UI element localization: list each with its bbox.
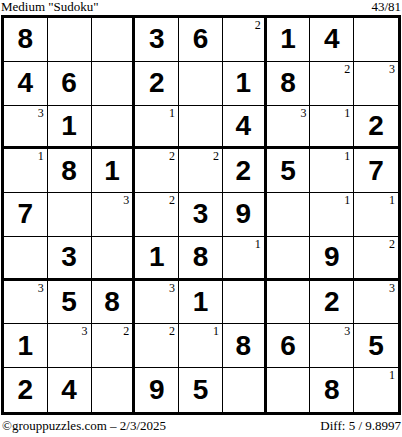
cell-r6c3[interactable] [92,237,136,281]
cell-r4c9[interactable]: 7 [354,149,398,193]
cell-r6c4[interactable]: 1 [135,237,179,281]
corner-mark: 3 [344,325,350,338]
given-digit: 8 [324,376,340,404]
page-title: Medium "Sudoku" [1,0,99,14]
given-digit: 9 [149,376,165,404]
cell-r1c2[interactable] [48,18,92,62]
cell-r2c9[interactable]: 3 [354,62,398,106]
corner-mark: 1 [38,150,44,163]
corner-mark: 2 [389,238,395,251]
cell-r8c6[interactable]: 8 [223,324,267,368]
given-digit: 1 [61,112,77,140]
corner-mark: 1 [344,194,350,207]
cell-r8c2[interactable]: 3 [48,324,92,368]
copyright-text: ©grouppuzzles.com – 2/3/2025 [2,419,166,433]
cell-r4c4[interactable]: 2 [135,149,179,193]
given-digit: 1 [280,25,296,53]
corner-mark: 2 [169,150,175,163]
corner-mark: 1 [213,325,219,338]
corner-mark: 2 [255,19,261,32]
given-digit: 6 [61,69,77,97]
given-digit: 3 [149,25,165,53]
given-digit: 3 [61,243,77,271]
given-digit: 4 [61,376,77,404]
cell-r9c4[interactable]: 9 [135,368,179,412]
given-digit: 2 [368,112,384,140]
cell-r1c4[interactable]: 3 [135,18,179,62]
cell-r3c2[interactable]: 1 [48,106,92,150]
cell-r8c3[interactable]: 2 [92,324,136,368]
cell-r9c2[interactable]: 4 [48,368,92,412]
cell-r3c1[interactable]: 3 [4,106,48,150]
cell-r2c6[interactable]: 1 [223,62,267,106]
given-digit: 8 [104,288,120,316]
cell-r2c4[interactable]: 2 [135,62,179,106]
cell-r5c6[interactable]: 9 [223,193,267,237]
given-digit: 2 [235,157,251,185]
header: Medium "Sudoku" 43/81 [1,0,401,15]
given-digit: 5 [280,157,296,185]
footer: ©grouppuzzles.com – 2/3/2025 Diff: 5 / 9… [2,419,401,435]
cell-r3c4[interactable]: 1 [135,106,179,150]
cell-r5c8[interactable]: 1 [310,193,354,237]
corner-mark: 3 [300,107,306,120]
cell-r4c5[interactable]: 2 [179,149,223,193]
cell-r2c7[interactable]: 8 [267,62,311,106]
corner-mark: 3 [82,325,88,338]
cell-r9c1[interactable]: 2 [4,368,48,412]
cell-r8c9[interactable]: 5 [354,324,398,368]
corner-mark: 1 [344,107,350,120]
cell-r5c3[interactable]: 3 [92,193,136,237]
given-digit: 8 [193,243,209,271]
cell-r2c1[interactable]: 4 [4,62,48,106]
corner-mark: 1 [344,150,350,163]
given-digit: 7 [368,157,384,185]
cell-r7c8[interactable]: 2 [310,281,354,325]
given-digit: 5 [193,376,209,404]
given-digit: 1 [235,69,251,97]
cell-r7c3[interactable]: 8 [92,281,136,325]
corner-mark: 3 [169,282,175,295]
given-digit: 1 [193,288,209,316]
cell-r9c8[interactable]: 8 [310,368,354,412]
cell-r1c7[interactable]: 1 [267,18,311,62]
cell-r4c2[interactable]: 8 [48,149,92,193]
cell-r3c7[interactable]: 3 [267,106,311,150]
given-digit: 2 [324,288,340,316]
cell-r7c1[interactable]: 3 [4,281,48,325]
cell-r9c6[interactable] [223,368,267,412]
cell-r4c6[interactable]: 2 [223,149,267,193]
cell-r4c7[interactable]: 5 [267,149,311,193]
cell-r4c3[interactable]: 1 [92,149,136,193]
cell-r6c9[interactable]: 2 [354,237,398,281]
cell-r9c7[interactable] [267,368,311,412]
sudoku-page: Medium "Sudoku" 43/81 836214462182331143… [0,0,402,437]
cell-r5c7[interactable] [267,193,311,237]
cell-r8c8[interactable]: 3 [310,324,354,368]
cell-r7c5[interactable]: 1 [179,281,223,325]
corner-mark: 1 [169,107,175,120]
cell-r8c1[interactable]: 1 [4,324,48,368]
cell-r7c4[interactable]: 3 [135,281,179,325]
corner-mark: 3 [38,107,44,120]
cell-r7c6[interactable] [223,281,267,325]
cell-r6c2[interactable]: 3 [48,237,92,281]
corner-mark: 3 [389,63,395,76]
corner-mark: 2 [169,194,175,207]
given-digit: 2 [149,69,165,97]
cell-r3c3[interactable] [92,106,136,150]
cell-r5c9[interactable]: 1 [354,193,398,237]
given-digit: 3 [193,200,209,228]
cell-r6c1[interactable] [4,237,48,281]
cell-r6c5[interactable]: 8 [179,237,223,281]
cell-r4c1[interactable]: 1 [4,149,48,193]
given-digit: 9 [235,200,251,228]
cell-r1c8[interactable]: 4 [310,18,354,62]
cell-r7c9[interactable]: 3 [354,281,398,325]
cell-r9c3[interactable] [92,368,136,412]
given-digit: 9 [324,243,340,271]
cell-r8c4[interactable]: 2 [135,324,179,368]
cell-r1c3[interactable] [92,18,136,62]
given-digit: 4 [324,25,340,53]
given-digit: 8 [18,25,34,53]
cell-r3c6[interactable]: 4 [223,106,267,150]
corner-mark: 2 [213,150,219,163]
cell-r4c8[interactable]: 1 [310,149,354,193]
cell-r9c5[interactable]: 5 [179,368,223,412]
difficulty-text: Diff: 5 / 9.8997 [320,419,401,433]
given-digit: 4 [235,112,251,140]
corner-mark: 3 [123,194,129,207]
cell-r8c7[interactable]: 6 [267,324,311,368]
cell-r6c6[interactable]: 1 [223,237,267,281]
cell-r6c8[interactable]: 9 [310,237,354,281]
cell-r1c9[interactable] [354,18,398,62]
sudoku-board: 8362144621823311431218122251773239113181… [1,15,401,415]
cell-r1c1[interactable]: 8 [4,18,48,62]
cell-r7c7[interactable] [267,281,311,325]
cell-r9c9[interactable]: 1 [354,368,398,412]
cell-r5c1[interactable]: 7 [4,193,48,237]
corner-mark: 2 [123,325,129,338]
cell-r1c5[interactable]: 6 [179,18,223,62]
cell-r2c3[interactable] [92,62,136,106]
given-digit: 5 [61,288,77,316]
corner-mark: 2 [169,325,175,338]
cell-r6c7[interactable] [267,237,311,281]
given-digit: 8 [235,332,251,360]
cell-r7c2[interactable]: 5 [48,281,92,325]
given-digit: 1 [149,243,165,271]
given-digit: 6 [280,332,296,360]
given-digit: 1 [18,332,34,360]
corner-mark: 3 [389,282,395,295]
cell-r3c8[interactable]: 1 [310,106,354,150]
given-digit: 6 [193,25,209,53]
cell-r2c2[interactable]: 6 [48,62,92,106]
corner-mark: 2 [344,63,350,76]
corner-mark: 1 [255,238,261,251]
cell-r2c8[interactable]: 2 [310,62,354,106]
cell-r8c5[interactable]: 1 [179,324,223,368]
corner-mark: 1 [389,369,395,382]
given-digit: 7 [18,200,34,228]
progress-counter: 43/81 [371,0,401,14]
cell-r1c6[interactable]: 2 [223,18,267,62]
given-digit: 1 [104,157,120,185]
corner-mark: 3 [38,282,44,295]
given-digit: 2 [18,376,34,404]
cell-r5c2[interactable] [48,193,92,237]
cell-r5c4[interactable]: 2 [135,193,179,237]
given-digit: 8 [280,69,296,97]
cell-r3c5[interactable] [179,106,223,150]
corner-mark: 1 [389,194,395,207]
given-digit: 8 [61,157,77,185]
given-digit: 5 [368,332,384,360]
cell-r5c5[interactable]: 3 [179,193,223,237]
given-digit: 4 [18,69,34,97]
cell-r3c9[interactable]: 2 [354,106,398,150]
cell-r2c5[interactable] [179,62,223,106]
